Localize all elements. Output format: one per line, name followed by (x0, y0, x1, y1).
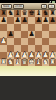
square-h6[interactable] (49, 24, 56, 31)
engine-output-panel (0, 76, 56, 100)
square-e8[interactable]: ♚ (28, 10, 35, 17)
square-e1[interactable]: ♚ (28, 59, 35, 66)
status-strip (0, 66, 56, 76)
square-g6[interactable] (42, 24, 49, 31)
square-d5[interactable] (21, 31, 28, 38)
black-pawn-b5: ♟ (7, 31, 13, 38)
black-pawn-d7: ♟ (21, 17, 27, 24)
square-d7[interactable]: ♟ (21, 17, 28, 24)
black-pawn-f7: ♟ (35, 17, 41, 24)
battery-icon (52, 1, 55, 3)
square-h4[interactable] (49, 38, 56, 45)
square-g1[interactable]: ♞ (42, 59, 49, 66)
square-g7[interactable]: ♟ (42, 17, 49, 24)
white-rook-a1: ♜ (0, 59, 6, 66)
black-pawn-c7: ♟ (14, 17, 20, 24)
square-a4[interactable]: ♟ (0, 38, 7, 45)
square-c6[interactable] (14, 24, 21, 31)
chess-board: ♜♞♝♛♚♝♞♜♟♟♟♟♟♟♟♟♟♟♟♟♟♟♟♟♜♞♝♛♚♝♞♜ (0, 10, 56, 66)
square-d4[interactable] (21, 38, 28, 45)
white-king-e1: ♚ (28, 59, 34, 66)
square-f5[interactable] (35, 31, 42, 38)
square-f6[interactable] (35, 24, 42, 31)
square-a3[interactable] (0, 45, 7, 52)
white-bishop-c1: ♝ (14, 59, 20, 66)
white-knight-b1: ♞ (7, 59, 13, 66)
square-a7[interactable]: ♟ (0, 17, 7, 24)
black-king-e8: ♚ (28, 10, 34, 17)
black-pawn-a7: ♟ (0, 17, 6, 24)
square-b5[interactable]: ♟ (7, 31, 14, 38)
square-e7[interactable] (28, 17, 35, 24)
square-f1[interactable]: ♝ (35, 59, 42, 66)
square-a1[interactable]: ♜ (0, 59, 7, 66)
black-pawn-g7: ♟ (42, 17, 48, 24)
black-pawn-h7: ♟ (49, 17, 55, 24)
square-c7[interactable]: ♟ (14, 17, 21, 24)
square-b8[interactable]: ♞ (7, 10, 14, 17)
white-pawn-a4: ♟ (0, 38, 6, 45)
square-h5[interactable] (49, 31, 56, 38)
square-h1[interactable]: ♜ (49, 59, 56, 66)
square-e4[interactable] (28, 38, 35, 45)
black-pawn-e5: ♟ (28, 31, 34, 38)
square-d6[interactable] (21, 24, 28, 31)
square-f4[interactable] (35, 38, 42, 45)
black-knight-b8: ♞ (7, 10, 13, 17)
square-a6[interactable] (0, 24, 7, 31)
white-rook-h1: ♜ (49, 59, 55, 66)
square-b1[interactable]: ♞ (7, 59, 14, 66)
square-c5[interactable] (14, 31, 21, 38)
square-g5[interactable] (42, 31, 49, 38)
square-b4[interactable] (7, 38, 14, 45)
square-c1[interactable]: ♝ (14, 59, 21, 66)
white-bishop-f1: ♝ (35, 59, 41, 66)
square-c4[interactable] (14, 38, 21, 45)
square-e5[interactable]: ♟ (28, 31, 35, 38)
square-g4[interactable] (42, 38, 49, 45)
square-h7[interactable]: ♟ (49, 17, 56, 24)
white-knight-g1: ♞ (42, 59, 48, 66)
square-b7[interactable] (7, 17, 14, 24)
square-d1[interactable]: ♛ (21, 59, 28, 66)
square-f7[interactable]: ♟ (35, 17, 42, 24)
white-queen-d1: ♛ (21, 59, 27, 66)
